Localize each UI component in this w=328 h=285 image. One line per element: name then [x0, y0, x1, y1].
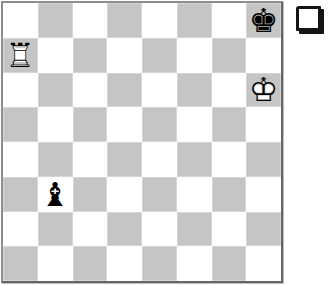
- square-h3[interactable]: [246, 177, 281, 212]
- square-h7[interactable]: [246, 38, 281, 73]
- square-g2[interactable]: [212, 212, 247, 247]
- square-a4[interactable]: [3, 142, 38, 177]
- square-g8[interactable]: [212, 3, 247, 38]
- square-c8[interactable]: [73, 3, 108, 38]
- square-e7[interactable]: [142, 38, 177, 73]
- square-f5[interactable]: [177, 107, 212, 142]
- bishop-glyph: ♝: [38, 177, 73, 212]
- square-g1[interactable]: [212, 246, 247, 281]
- square-a2[interactable]: [3, 212, 38, 247]
- square-e3[interactable]: [142, 177, 177, 212]
- square-f7[interactable]: [177, 38, 212, 73]
- square-g4[interactable]: [212, 142, 247, 177]
- piece-white-rook[interactable]: ♜♖: [3, 38, 38, 73]
- square-a3[interactable]: [3, 177, 38, 212]
- square-a7[interactable]: ♜♖: [3, 38, 38, 73]
- chess-diagram: ♚♜♖♚♔♝: [0, 0, 328, 285]
- square-d3[interactable]: [107, 177, 142, 212]
- square-c4[interactable]: [73, 142, 108, 177]
- square-e1[interactable]: [142, 246, 177, 281]
- square-g5[interactable]: [212, 107, 247, 142]
- square-h6[interactable]: ♚♔: [246, 73, 281, 108]
- square-h5[interactable]: [246, 107, 281, 142]
- king-outline-layer: ♔: [246, 73, 281, 108]
- square-f3[interactable]: [177, 177, 212, 212]
- piece-black-bishop[interactable]: ♝: [38, 177, 73, 212]
- square-a8[interactable]: [3, 3, 38, 38]
- piece-white-king[interactable]: ♚♔: [246, 73, 281, 108]
- square-g6[interactable]: [212, 73, 247, 108]
- square-c6[interactable]: [73, 73, 108, 108]
- square-d8[interactable]: [107, 3, 142, 38]
- square-g3[interactable]: [212, 177, 247, 212]
- square-a5[interactable]: [3, 107, 38, 142]
- square-d1[interactable]: [107, 246, 142, 281]
- square-c2[interactable]: [73, 212, 108, 247]
- square-a1[interactable]: [3, 246, 38, 281]
- square-h2[interactable]: [246, 212, 281, 247]
- square-h1[interactable]: [246, 246, 281, 281]
- square-e4[interactable]: [142, 142, 177, 177]
- square-b3[interactable]: ♝: [38, 177, 73, 212]
- square-c3[interactable]: [73, 177, 108, 212]
- square-b6[interactable]: [38, 73, 73, 108]
- square-b8[interactable]: [38, 3, 73, 38]
- square-c1[interactable]: [73, 246, 108, 281]
- piece-black-king[interactable]: ♚: [246, 3, 281, 38]
- square-b1[interactable]: [38, 246, 73, 281]
- chess-board: ♚♜♖♚♔♝: [1, 1, 283, 283]
- square-e6[interactable]: [142, 73, 177, 108]
- square-c5[interactable]: [73, 107, 108, 142]
- square-a6[interactable]: [3, 73, 38, 108]
- square-d7[interactable]: [107, 38, 142, 73]
- square-h8[interactable]: ♚: [246, 3, 281, 38]
- square-f2[interactable]: [177, 212, 212, 247]
- rook-outline-layer: ♖: [3, 38, 38, 73]
- square-h4[interactable]: [246, 142, 281, 177]
- square-e2[interactable]: [142, 212, 177, 247]
- square-f4[interactable]: [177, 142, 212, 177]
- square-e8[interactable]: [142, 3, 177, 38]
- square-g7[interactable]: [212, 38, 247, 73]
- square-d2[interactable]: [107, 212, 142, 247]
- square-f8[interactable]: [177, 3, 212, 38]
- square-f1[interactable]: [177, 246, 212, 281]
- square-b5[interactable]: [38, 107, 73, 142]
- king-glyph: ♚: [246, 3, 281, 38]
- square-f6[interactable]: [177, 73, 212, 108]
- square-b7[interactable]: [38, 38, 73, 73]
- square-b2[interactable]: [38, 212, 73, 247]
- square-c7[interactable]: [73, 38, 108, 73]
- square-e5[interactable]: [142, 107, 177, 142]
- square-d4[interactable]: [107, 142, 142, 177]
- square-d6[interactable]: [107, 73, 142, 108]
- square-d5[interactable]: [107, 107, 142, 142]
- square-b4[interactable]: [38, 142, 73, 177]
- white-to-move-indicator: [296, 6, 321, 31]
